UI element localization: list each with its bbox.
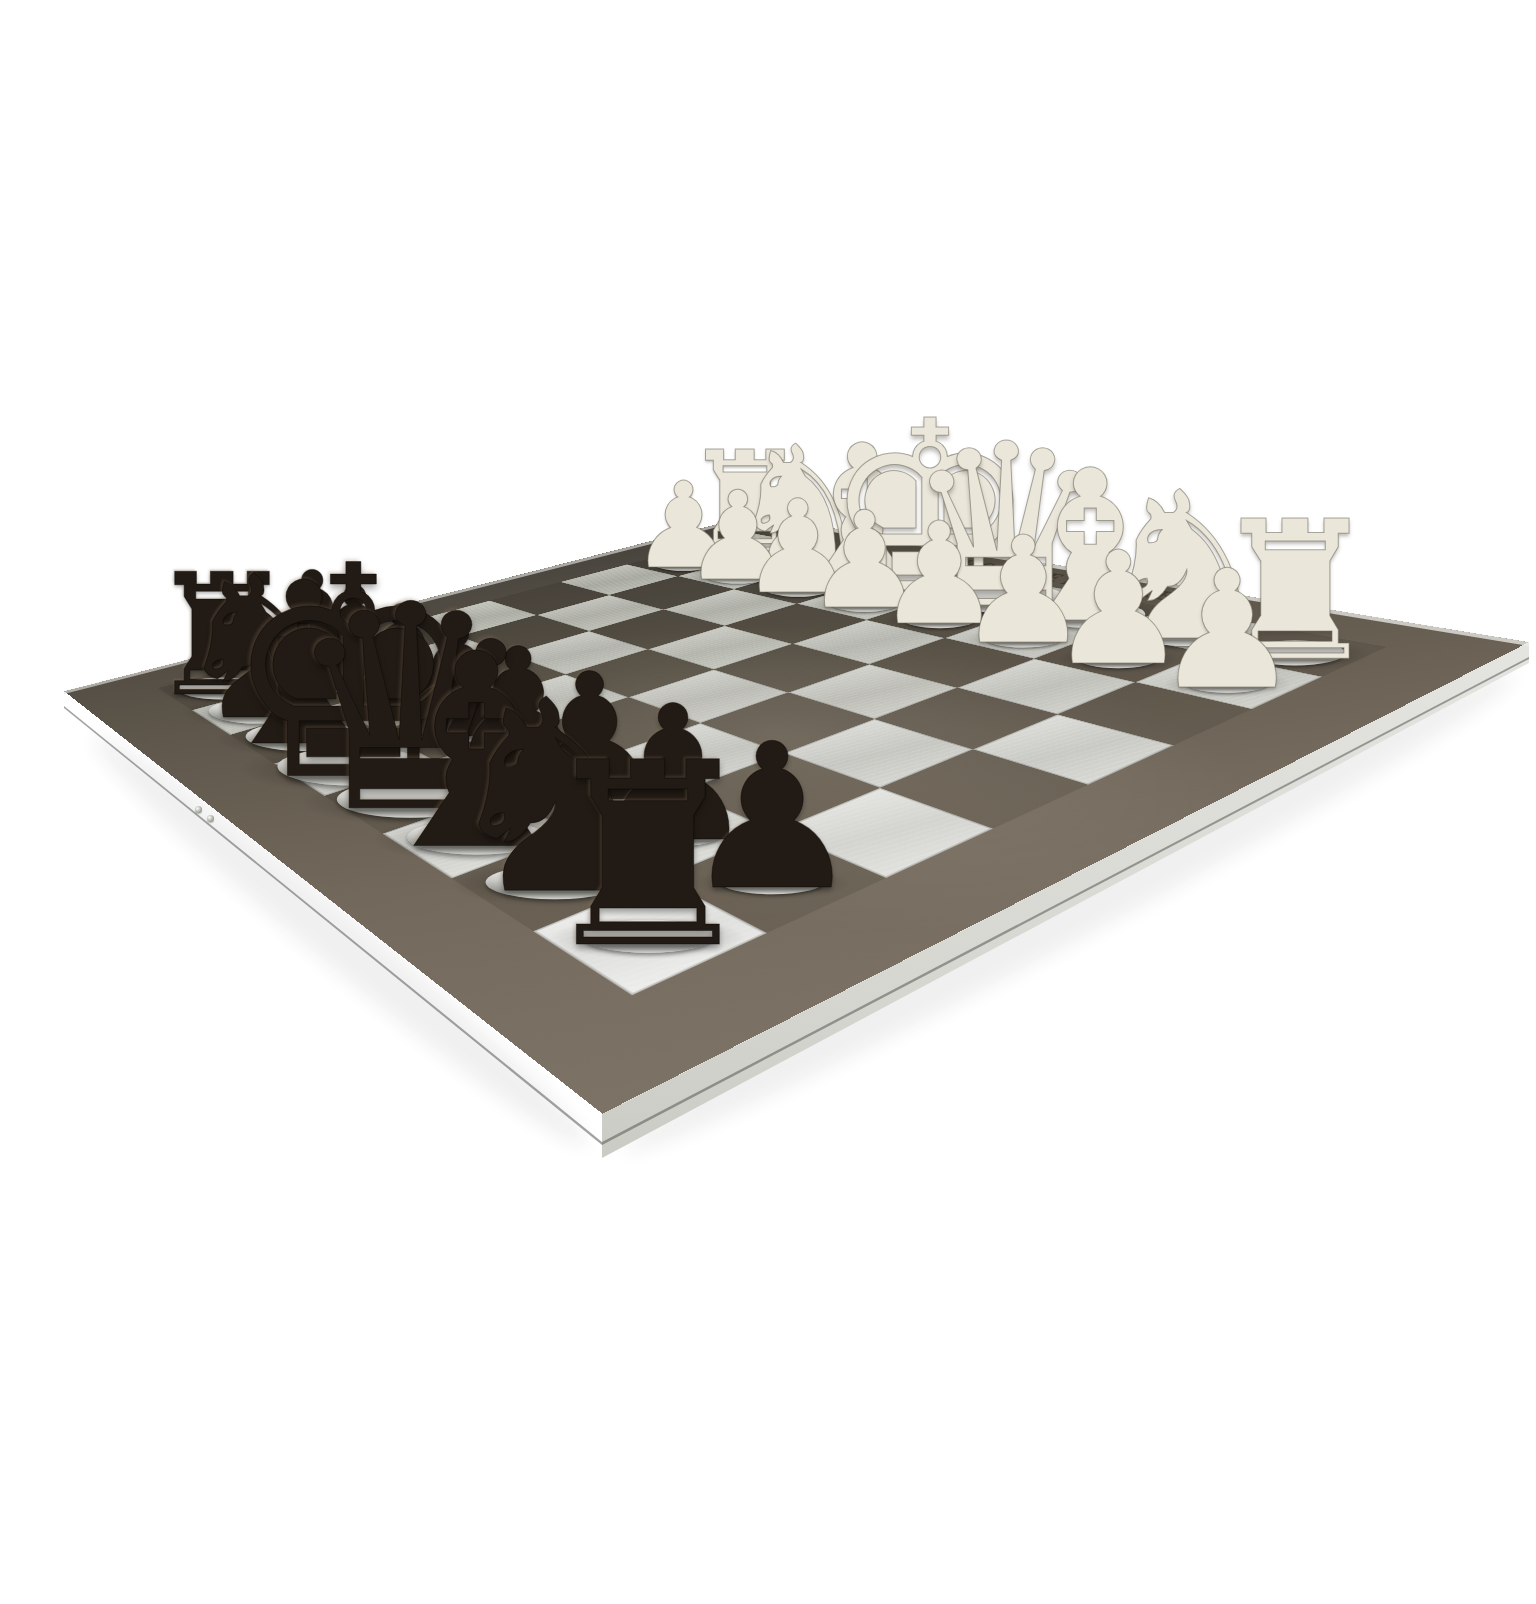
piece-black-rook-a8: ♜ <box>534 729 762 983</box>
pieces-layer: ♜♞♝♛♚♝♞♜♟♟♟♟♟♟♟♟♟♟♟♟♟♟♟♟♜♞♝♛♚♝♞♜ <box>0 0 1536 1604</box>
product-photo-canvas: GEOFFREY PARKER ♜♞♝♛♚♝♞♜♟♟♟♟♟♟♟♟♟♟♟♟♟♟♟♟… <box>0 0 1536 1604</box>
pawn-glyph: ♟ <box>1154 548 1301 712</box>
piece-white-pawn-a2: ♟ <box>1154 548 1301 712</box>
rook-glyph: ♜ <box>534 729 762 983</box>
